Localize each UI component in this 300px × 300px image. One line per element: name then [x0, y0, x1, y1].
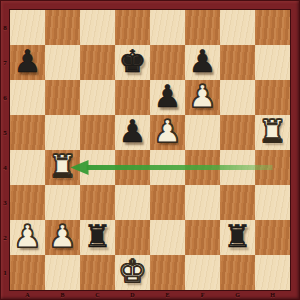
- square-b2[interactable]: ♟: [45, 220, 80, 255]
- square-e2[interactable]: [150, 220, 185, 255]
- rank-label-5: 5: [0, 115, 10, 150]
- square-a8[interactable]: [10, 10, 45, 45]
- white-rook[interactable]: ♜: [49, 151, 77, 182]
- square-f4[interactable]: [185, 150, 220, 185]
- square-f5[interactable]: [185, 115, 220, 150]
- square-b1[interactable]: [45, 255, 80, 290]
- square-e8[interactable]: [150, 10, 185, 45]
- black-pawn[interactable]: ♟: [119, 116, 147, 147]
- square-a7[interactable]: ♟: [10, 45, 45, 80]
- square-b3[interactable]: [45, 185, 80, 220]
- square-g1[interactable]: [220, 255, 255, 290]
- square-b4[interactable]: ♜: [45, 150, 80, 185]
- square-f8[interactable]: [185, 10, 220, 45]
- black-pawn[interactable]: ♟: [14, 46, 42, 77]
- square-g8[interactable]: [220, 10, 255, 45]
- black-rook[interactable]: ♜: [84, 221, 112, 252]
- square-a3[interactable]: [10, 185, 45, 220]
- black-pawn[interactable]: ♟: [154, 81, 182, 112]
- square-h4[interactable]: [255, 150, 290, 185]
- square-c3[interactable]: [80, 185, 115, 220]
- file-label-c: C: [80, 290, 115, 300]
- square-h7[interactable]: [255, 45, 290, 80]
- square-a6[interactable]: [10, 80, 45, 115]
- square-a5[interactable]: [10, 115, 45, 150]
- square-d5[interactable]: ♟: [115, 115, 150, 150]
- white-pawn[interactable]: ♟: [49, 221, 77, 252]
- square-d8[interactable]: [115, 10, 150, 45]
- file-label-f: F: [185, 290, 220, 300]
- square-h8[interactable]: [255, 10, 290, 45]
- square-d4[interactable]: [115, 150, 150, 185]
- square-g6[interactable]: [220, 80, 255, 115]
- file-label-d: D: [115, 290, 150, 300]
- square-b8[interactable]: [45, 10, 80, 45]
- white-pawn[interactable]: ♟: [189, 81, 217, 112]
- black-rook[interactable]: ♜: [224, 221, 252, 252]
- square-e7[interactable]: [150, 45, 185, 80]
- white-king[interactable]: ♚: [119, 256, 147, 287]
- square-h5[interactable]: ♜: [255, 115, 290, 150]
- square-b5[interactable]: [45, 115, 80, 150]
- square-h6[interactable]: [255, 80, 290, 115]
- square-g3[interactable]: [220, 185, 255, 220]
- rank-label-8: 8: [0, 10, 10, 45]
- square-d6[interactable]: [115, 80, 150, 115]
- square-a4[interactable]: [10, 150, 45, 185]
- square-g5[interactable]: [220, 115, 255, 150]
- square-d3[interactable]: [115, 185, 150, 220]
- square-h3[interactable]: [255, 185, 290, 220]
- square-b7[interactable]: [45, 45, 80, 80]
- square-e6[interactable]: ♟: [150, 80, 185, 115]
- square-c1[interactable]: [80, 255, 115, 290]
- file-label-a: A: [10, 290, 45, 300]
- square-c8[interactable]: [80, 10, 115, 45]
- square-e4[interactable]: [150, 150, 185, 185]
- square-c6[interactable]: [80, 80, 115, 115]
- square-d7[interactable]: ♚: [115, 45, 150, 80]
- square-e5[interactable]: ♟: [150, 115, 185, 150]
- rank-label-3: 3: [0, 185, 10, 220]
- board: ♟♚♟♟♟♟♟♜♜♟♟♜♜♚: [10, 10, 290, 290]
- black-pawn[interactable]: ♟: [189, 46, 217, 77]
- black-king[interactable]: ♚: [119, 46, 147, 77]
- square-h2[interactable]: [255, 220, 290, 255]
- white-pawn[interactable]: ♟: [14, 221, 42, 252]
- square-f1[interactable]: [185, 255, 220, 290]
- file-label-e: E: [150, 290, 185, 300]
- rank-labels: 87654321: [0, 10, 10, 290]
- file-label-g: G: [220, 290, 255, 300]
- square-c7[interactable]: [80, 45, 115, 80]
- file-labels: ABCDEFGH: [10, 290, 290, 300]
- white-pawn[interactable]: ♟: [154, 116, 182, 147]
- square-a2[interactable]: ♟: [10, 220, 45, 255]
- square-e3[interactable]: [150, 185, 185, 220]
- square-c5[interactable]: [80, 115, 115, 150]
- square-g7[interactable]: [220, 45, 255, 80]
- square-h1[interactable]: [255, 255, 290, 290]
- white-rook[interactable]: ♜: [259, 116, 287, 147]
- square-f3[interactable]: [185, 185, 220, 220]
- chess-board-frame: 87654321 ♟♚♟♟♟♟♟♜♜♟♟♜♜♚ ABCDEFGH: [0, 0, 300, 300]
- square-f7[interactable]: ♟: [185, 45, 220, 80]
- file-label-h: H: [255, 290, 290, 300]
- square-c2[interactable]: ♜: [80, 220, 115, 255]
- square-e1[interactable]: [150, 255, 185, 290]
- rank-label-4: 4: [0, 150, 10, 185]
- rank-label-2: 2: [0, 220, 10, 255]
- square-d1[interactable]: ♚: [115, 255, 150, 290]
- square-b6[interactable]: [45, 80, 80, 115]
- file-label-b: B: [45, 290, 80, 300]
- square-d2[interactable]: [115, 220, 150, 255]
- square-g2[interactable]: ♜: [220, 220, 255, 255]
- square-f6[interactable]: ♟: [185, 80, 220, 115]
- rank-label-1: 1: [0, 255, 10, 290]
- square-c4[interactable]: [80, 150, 115, 185]
- rank-label-6: 6: [0, 80, 10, 115]
- square-a1[interactable]: [10, 255, 45, 290]
- rank-label-7: 7: [0, 45, 10, 80]
- square-g4[interactable]: [220, 150, 255, 185]
- square-f2[interactable]: [185, 220, 220, 255]
